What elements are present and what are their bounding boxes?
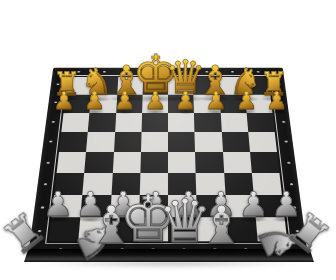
square-c5[interactable]	[114, 132, 142, 152]
piece-gold-pawn-f7[interactable]: ♟	[205, 89, 227, 113]
square-g6[interactable]	[220, 113, 248, 132]
frame-dot-marker	[284, 141, 287, 143]
frame-dot-marker	[46, 162, 49, 164]
square-d4[interactable]	[140, 152, 168, 173]
square-a6[interactable]	[61, 113, 89, 132]
piece-gold-pawn-b7[interactable]: ♟	[84, 89, 106, 113]
square-a5[interactable]	[59, 132, 88, 152]
square-f6[interactable]	[194, 113, 221, 132]
square-d5[interactable]	[141, 132, 168, 152]
square-h4[interactable]	[250, 152, 280, 173]
square-a4[interactable]	[57, 152, 87, 173]
piece-gold-pawn-c7[interactable]: ♟	[114, 89, 136, 113]
piece-gold-pawn-h7[interactable]: ♟	[266, 89, 288, 113]
square-d6[interactable]	[141, 113, 168, 132]
square-b5[interactable]	[86, 132, 114, 152]
piece-silver-pawn-a2[interactable]: ♟	[43, 187, 73, 221]
frame-dot-marker	[49, 141, 52, 143]
square-e5[interactable]	[168, 132, 195, 152]
square-h5[interactable]	[248, 132, 277, 152]
square-h6[interactable]	[246, 113, 274, 132]
piece-gold-pawn-e7[interactable]: ♟	[175, 89, 197, 113]
piece-gold-pawn-g7[interactable]: ♟	[236, 89, 258, 113]
frame-dot-marker	[287, 162, 290, 164]
piece-gold-pawn-d7[interactable]: ♟	[144, 89, 166, 113]
square-b6[interactable]	[88, 113, 116, 132]
frame-dot-marker	[282, 121, 285, 123]
square-b4[interactable]	[84, 152, 113, 173]
square-g4[interactable]	[223, 152, 252, 173]
square-f4[interactable]	[195, 152, 223, 173]
piece-gold-pawn-a7[interactable]: ♟	[53, 89, 75, 113]
square-c4[interactable]	[112, 152, 140, 173]
frame-dot-marker	[51, 121, 54, 123]
square-c6[interactable]	[115, 113, 142, 132]
piece-silver-bishop-f1[interactable]: ♝	[198, 199, 245, 251]
square-e4[interactable]	[168, 152, 196, 173]
square-e6[interactable]	[168, 113, 195, 132]
square-g5[interactable]	[221, 132, 249, 152]
product-photo-stage: ♜♞♝♚♛♝♞♜♟♟♟♟♟♟♟♟♟♟♟♟♟♟♟♟♜♞♝♚♛♝♞♜	[0, 0, 336, 280]
square-f5[interactable]	[195, 132, 223, 152]
